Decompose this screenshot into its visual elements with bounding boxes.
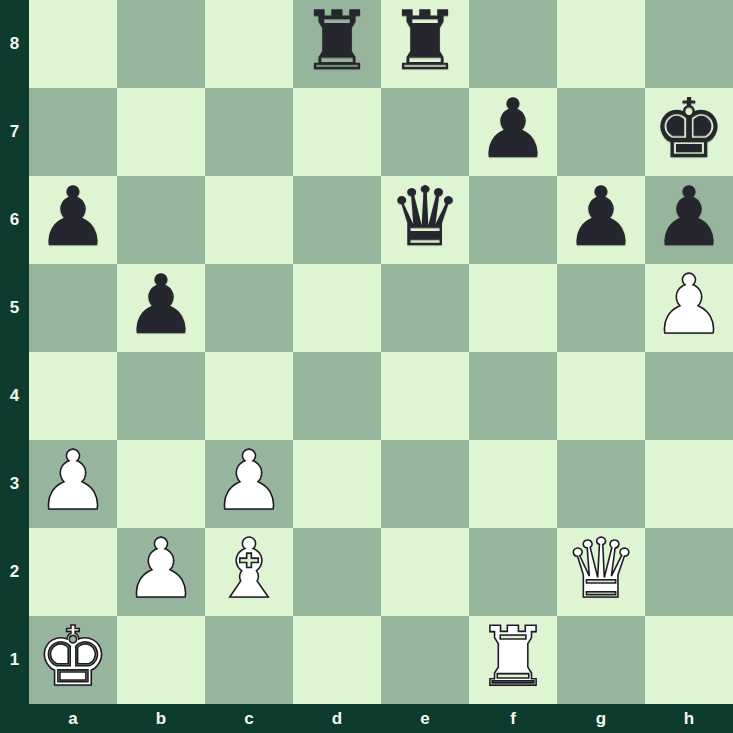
square-g1[interactable] [557, 616, 645, 704]
square-d6[interactable] [293, 176, 381, 264]
square-f3[interactable] [469, 440, 557, 528]
square-e6[interactable]: ♛ [381, 176, 469, 264]
square-d5[interactable] [293, 264, 381, 352]
square-c7[interactable] [205, 88, 293, 176]
rank-label-6: 6 [0, 176, 29, 264]
square-b8[interactable] [117, 0, 205, 88]
white-rook[interactable]: ♜ [476, 613, 550, 701]
file-label-f: f [469, 704, 557, 733]
white-bishop[interactable]: ♝ [212, 525, 286, 613]
rank-label-5: 5 [0, 264, 29, 352]
square-g5[interactable] [557, 264, 645, 352]
black-queen[interactable]: ♛ [388, 173, 462, 261]
square-f5[interactable] [469, 264, 557, 352]
black-pawn[interactable]: ♟ [564, 173, 638, 261]
square-a5[interactable] [29, 264, 117, 352]
square-e2[interactable] [381, 528, 469, 616]
square-a7[interactable] [29, 88, 117, 176]
black-pawn[interactable]: ♟ [36, 173, 110, 261]
rank-label-7: 7 [0, 88, 29, 176]
square-h6[interactable]: ♟ [645, 176, 733, 264]
square-b4[interactable] [117, 352, 205, 440]
square-d3[interactable] [293, 440, 381, 528]
black-pawn[interactable]: ♟ [124, 261, 198, 349]
square-c4[interactable] [205, 352, 293, 440]
square-d8[interactable]: ♜ [293, 0, 381, 88]
file-label-c: c [205, 704, 293, 733]
black-rook[interactable]: ♜ [300, 0, 374, 85]
square-c6[interactable] [205, 176, 293, 264]
square-e1[interactable] [381, 616, 469, 704]
square-d4[interactable] [293, 352, 381, 440]
square-a8[interactable] [29, 0, 117, 88]
square-b1[interactable] [117, 616, 205, 704]
file-label-d: d [293, 704, 381, 733]
square-h5[interactable]: ♟ [645, 264, 733, 352]
rank-label-1: 1 [0, 616, 29, 704]
square-h7[interactable]: ♚ [645, 88, 733, 176]
rank-label-2: 2 [0, 528, 29, 616]
black-king[interactable]: ♚ [652, 85, 726, 173]
file-label-h: h [645, 704, 733, 733]
white-pawn[interactable]: ♟ [36, 437, 110, 525]
square-c1[interactable] [205, 616, 293, 704]
square-h8[interactable] [645, 0, 733, 88]
square-g2[interactable]: ♛ [557, 528, 645, 616]
square-g4[interactable] [557, 352, 645, 440]
square-e8[interactable]: ♜ [381, 0, 469, 88]
square-e5[interactable] [381, 264, 469, 352]
white-queen[interactable]: ♛ [564, 525, 638, 613]
square-c3[interactable]: ♟ [205, 440, 293, 528]
file-label-b: b [117, 704, 205, 733]
rank-label-8: 8 [0, 0, 29, 88]
square-a1[interactable]: ♚ [29, 616, 117, 704]
square-f4[interactable] [469, 352, 557, 440]
square-g7[interactable] [557, 88, 645, 176]
chess-app-page: 8♜♜7♟♚6♟♛♟♟5♟♟43♟♟2♟♝♛1♚♜abcdefgh [0, 0, 733, 733]
square-a3[interactable]: ♟ [29, 440, 117, 528]
file-label-a: a [29, 704, 117, 733]
chess-board: 8♜♜7♟♚6♟♛♟♟5♟♟43♟♟2♟♝♛1♚♜abcdefgh [0, 0, 733, 733]
square-d7[interactable] [293, 88, 381, 176]
square-c8[interactable] [205, 0, 293, 88]
file-label-g: g [557, 704, 645, 733]
square-c5[interactable] [205, 264, 293, 352]
square-c2[interactable]: ♝ [205, 528, 293, 616]
square-e7[interactable] [381, 88, 469, 176]
square-f1[interactable]: ♜ [469, 616, 557, 704]
board-corner [0, 704, 29, 733]
rank-label-4: 4 [0, 352, 29, 440]
square-f6[interactable] [469, 176, 557, 264]
square-b5[interactable]: ♟ [117, 264, 205, 352]
square-g3[interactable] [557, 440, 645, 528]
rank-label-3: 3 [0, 440, 29, 528]
square-d1[interactable] [293, 616, 381, 704]
square-b2[interactable]: ♟ [117, 528, 205, 616]
square-a4[interactable] [29, 352, 117, 440]
square-e3[interactable] [381, 440, 469, 528]
square-g8[interactable] [557, 0, 645, 88]
square-a2[interactable] [29, 528, 117, 616]
black-pawn[interactable]: ♟ [652, 173, 726, 261]
white-pawn[interactable]: ♟ [652, 261, 726, 349]
square-b7[interactable] [117, 88, 205, 176]
square-b3[interactable] [117, 440, 205, 528]
square-b6[interactable] [117, 176, 205, 264]
square-e4[interactable] [381, 352, 469, 440]
square-h4[interactable] [645, 352, 733, 440]
square-d2[interactable] [293, 528, 381, 616]
square-h1[interactable] [645, 616, 733, 704]
white-pawn[interactable]: ♟ [124, 525, 198, 613]
black-rook[interactable]: ♜ [388, 0, 462, 85]
square-f7[interactable]: ♟ [469, 88, 557, 176]
square-f8[interactable] [469, 0, 557, 88]
file-label-e: e [381, 704, 469, 733]
white-king[interactable]: ♚ [36, 613, 110, 701]
square-g6[interactable]: ♟ [557, 176, 645, 264]
square-h2[interactable] [645, 528, 733, 616]
square-h3[interactable] [645, 440, 733, 528]
white-pawn[interactable]: ♟ [212, 437, 286, 525]
square-f2[interactable] [469, 528, 557, 616]
black-pawn[interactable]: ♟ [476, 85, 550, 173]
square-a6[interactable]: ♟ [29, 176, 117, 264]
